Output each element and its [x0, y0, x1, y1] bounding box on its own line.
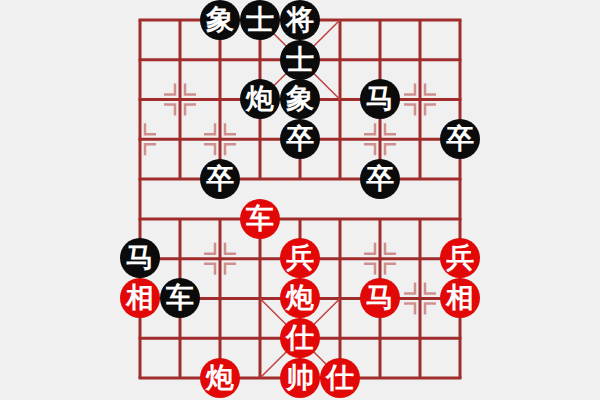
- xiangqi-screenshot: 象士将士炮象马卒卒卒卒车马兵兵相车炮马相仕炮帅仕: [0, 0, 600, 400]
- piece-black-horse[interactable]: 马: [360, 79, 400, 119]
- piece-black-soldier[interactable]: 卒: [360, 159, 400, 199]
- piece-red-general[interactable]: 帅: [280, 358, 320, 398]
- piece-black-elephant[interactable]: 象: [280, 79, 320, 119]
- piece-red-cannon[interactable]: 炮: [280, 278, 320, 318]
- piece-black-elephant[interactable]: 象: [200, 0, 240, 40]
- piece-black-advisor[interactable]: 士: [240, 0, 280, 40]
- piece-red-soldier[interactable]: 兵: [440, 238, 480, 278]
- piece-black-chariot[interactable]: 车: [160, 278, 200, 318]
- piece-red-chariot[interactable]: 车: [240, 199, 280, 239]
- piece-red-elephant[interactable]: 相: [440, 278, 480, 318]
- piece-black-horse[interactable]: 马: [120, 238, 160, 278]
- piece-black-general[interactable]: 将: [280, 0, 320, 40]
- piece-black-soldier[interactable]: 卒: [280, 119, 320, 159]
- piece-red-soldier[interactable]: 兵: [280, 238, 320, 278]
- piece-red-advisor[interactable]: 仕: [280, 318, 320, 358]
- piece-red-cannon[interactable]: 炮: [200, 358, 240, 398]
- piece-black-soldier[interactable]: 卒: [200, 159, 240, 199]
- pieces-layer: 象士将士炮象马卒卒卒卒车马兵兵相车炮马相仕炮帅仕: [120, 0, 480, 398]
- piece-red-advisor[interactable]: 仕: [320, 358, 360, 398]
- piece-red-elephant[interactable]: 相: [120, 278, 160, 318]
- piece-red-horse[interactable]: 马: [360, 278, 400, 318]
- piece-black-cannon[interactable]: 炮: [240, 79, 280, 119]
- piece-black-advisor[interactable]: 士: [280, 40, 320, 80]
- piece-black-soldier[interactable]: 卒: [440, 119, 480, 159]
